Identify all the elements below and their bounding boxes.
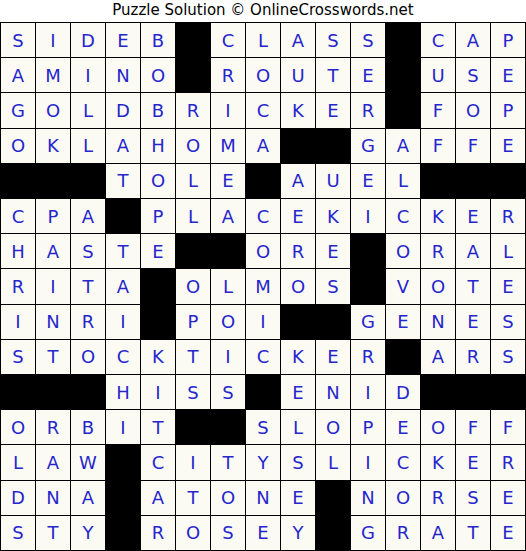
black-cell-r1c6 xyxy=(176,23,210,57)
letter-cell-r1c2: I xyxy=(36,23,70,57)
letter-cell-r12c9: L xyxy=(281,410,315,444)
letter-cell-r4c15: E xyxy=(491,129,525,163)
letter-cell-r12c5: T xyxy=(141,410,175,444)
letter-cell-r6c11: I xyxy=(351,199,385,233)
letter-cell-r12c8: S xyxy=(246,410,280,444)
letter-cell-r15c14: T xyxy=(456,516,490,550)
letter-cell-r15c7: S xyxy=(211,516,245,550)
letter-cell-r12c12: E xyxy=(386,410,420,444)
letter-cell-r8c4: A xyxy=(106,269,140,303)
letter-cell-r13c14: E xyxy=(456,445,490,479)
letter-cell-r4c13: F xyxy=(421,129,455,163)
letter-cell-r13c7: T xyxy=(211,445,245,479)
letter-cell-r10c10: E xyxy=(316,340,350,374)
letter-cell-r11c6: S xyxy=(176,375,210,409)
letter-cell-r6c9: E xyxy=(281,199,315,233)
letter-cell-r2c14: S xyxy=(456,58,490,92)
letter-cell-r10c9: K xyxy=(281,340,315,374)
letter-cell-r6c10: K xyxy=(316,199,350,233)
letter-cell-r2c11: E xyxy=(351,58,385,92)
letter-cell-r10c13: A xyxy=(421,340,455,374)
letter-cell-r14c2: N xyxy=(36,481,70,515)
black-cell-r11c2 xyxy=(36,375,70,409)
letter-cell-r2c4: N xyxy=(106,58,140,92)
letter-cell-r12c13: O xyxy=(421,410,455,444)
letter-cell-r9c2: N xyxy=(36,305,70,339)
letter-cell-r3c7: I xyxy=(211,93,245,127)
letter-cell-r8c15: E xyxy=(491,269,525,303)
black-cell-r5c13 xyxy=(421,164,455,198)
letter-cell-r13c2: A xyxy=(36,445,70,479)
letter-cell-r12c14: F xyxy=(456,410,490,444)
letter-cell-r2c10: T xyxy=(316,58,350,92)
letter-cell-r8c10: S xyxy=(316,269,350,303)
letter-cell-r10c7: I xyxy=(211,340,245,374)
letter-cell-r15c6: O xyxy=(176,516,210,550)
letter-cell-r8c2: I xyxy=(36,269,70,303)
black-cell-r2c6 xyxy=(176,58,210,92)
letter-cell-r9c15: S xyxy=(491,305,525,339)
black-cell-r2c12 xyxy=(386,58,420,92)
black-cell-r9c5 xyxy=(141,305,175,339)
black-cell-r1c12 xyxy=(386,23,420,57)
letter-cell-r5c4: T xyxy=(106,164,140,198)
letter-cell-r2c13: U xyxy=(421,58,455,92)
letter-cell-r5c12: L xyxy=(386,164,420,198)
letter-cell-r7c12: O xyxy=(386,234,420,268)
letter-cell-r7c5: E xyxy=(141,234,175,268)
black-cell-r3c12 xyxy=(386,93,420,127)
letter-cell-r9c3: R xyxy=(71,305,105,339)
letter-cell-r4c1: O xyxy=(1,129,35,163)
black-cell-r5c8 xyxy=(246,164,280,198)
letter-cell-r13c8: Y xyxy=(246,445,280,479)
letter-cell-r9c11: G xyxy=(351,305,385,339)
letter-cell-r1c10: S xyxy=(316,23,350,57)
black-cell-r5c2 xyxy=(36,164,70,198)
black-cell-r12c7 xyxy=(211,410,245,444)
letter-cell-r11c9: E xyxy=(281,375,315,409)
letter-cell-r15c15: E xyxy=(491,516,525,550)
letter-cell-r9c12: E xyxy=(386,305,420,339)
letter-cell-r3c8: C xyxy=(246,93,280,127)
letter-cell-r10c3: O xyxy=(71,340,105,374)
crossword-grid: SIDEBCLASSCAPAMINOROUTEUSEGOLDBRICKERFOP… xyxy=(0,22,526,551)
letter-cell-r7c9: R xyxy=(281,234,315,268)
letter-cell-r4c11: G xyxy=(351,129,385,163)
letter-cell-r3c1: G xyxy=(1,93,35,127)
black-cell-r5c14 xyxy=(456,164,490,198)
letter-cell-r9c8: I xyxy=(246,305,280,339)
letter-cell-r4c2: K xyxy=(36,129,70,163)
letter-cell-r15c2: T xyxy=(36,516,70,550)
letter-cell-r11c10: N xyxy=(316,375,350,409)
letter-cell-r12c15: F xyxy=(491,410,525,444)
letter-cell-r7c2: A xyxy=(36,234,70,268)
letter-cell-r13c15: R xyxy=(491,445,525,479)
black-cell-r12c6 xyxy=(176,410,210,444)
letter-cell-r7c15: L xyxy=(491,234,525,268)
letter-cell-r4c8: A xyxy=(246,129,280,163)
black-cell-r8c5 xyxy=(141,269,175,303)
letter-cell-r7c3: S xyxy=(71,234,105,268)
letter-cell-r10c2: T xyxy=(36,340,70,374)
letter-cell-r13c9: S xyxy=(281,445,315,479)
letter-cell-r6c12: C xyxy=(386,199,420,233)
letter-cell-r14c11: N xyxy=(351,481,385,515)
letter-cell-r11c12: D xyxy=(386,375,420,409)
letter-cell-r3c9: K xyxy=(281,93,315,127)
letter-cell-r1c13: C xyxy=(421,23,455,57)
black-cell-r7c11 xyxy=(351,234,385,268)
letter-cell-r6c7: A xyxy=(211,199,245,233)
letter-cell-r9c13: N xyxy=(421,305,455,339)
letter-cell-r12c10: O xyxy=(316,410,350,444)
black-cell-r11c3 xyxy=(71,375,105,409)
letter-cell-r1c1: S xyxy=(1,23,35,57)
letter-cell-r6c13: K xyxy=(421,199,455,233)
letter-cell-r7c13: R xyxy=(421,234,455,268)
letter-cell-r11c11: I xyxy=(351,375,385,409)
letter-cell-r14c13: R xyxy=(421,481,455,515)
letter-cell-r14c14: S xyxy=(456,481,490,515)
letter-cell-r15c3: Y xyxy=(71,516,105,550)
letter-cell-r8c7: L xyxy=(211,269,245,303)
letter-cell-r1c5: B xyxy=(141,23,175,57)
letter-cell-r2c5: O xyxy=(141,58,175,92)
letter-cell-r5c10: U xyxy=(316,164,350,198)
letter-cell-r6c14: E xyxy=(456,199,490,233)
letter-cell-r3c3: L xyxy=(71,93,105,127)
letter-cell-r12c11: P xyxy=(351,410,385,444)
letter-cell-r5c11: E xyxy=(351,164,385,198)
letter-cell-r6c2: P xyxy=(36,199,70,233)
letter-cell-r11c4: H xyxy=(106,375,140,409)
letter-cell-r1c9: A xyxy=(281,23,315,57)
letter-cell-r9c14: E xyxy=(456,305,490,339)
letter-cell-r2c9: U xyxy=(281,58,315,92)
page-title: Puzzle Solution © OnlineCrosswords.net xyxy=(0,0,526,22)
black-cell-r5c3 xyxy=(71,164,105,198)
letter-cell-r6c8: C xyxy=(246,199,280,233)
black-cell-r15c10 xyxy=(316,516,350,550)
letter-cell-r1c3: D xyxy=(71,23,105,57)
letter-cell-r13c3: W xyxy=(71,445,105,479)
letter-cell-r9c6: P xyxy=(176,305,210,339)
letter-cell-r12c2: R xyxy=(36,410,70,444)
letter-cell-r1c7: C xyxy=(211,23,245,57)
letter-cell-r14c7: O xyxy=(211,481,245,515)
letter-cell-r15c8: E xyxy=(246,516,280,550)
black-cell-r11c13 xyxy=(421,375,455,409)
letter-cell-r3c5: B xyxy=(141,93,175,127)
letter-cell-r7c10: E xyxy=(316,234,350,268)
black-cell-r11c15 xyxy=(491,375,525,409)
letter-cell-r9c4: I xyxy=(106,305,140,339)
letter-cell-r8c6: O xyxy=(176,269,210,303)
letter-cell-r15c1: S xyxy=(1,516,35,550)
black-cell-r11c14 xyxy=(456,375,490,409)
letter-cell-r1c15: P xyxy=(491,23,525,57)
letter-cell-r3c4: D xyxy=(106,93,140,127)
black-cell-r4c10 xyxy=(316,129,350,163)
letter-cell-r10c15: S xyxy=(491,340,525,374)
black-cell-r9c9 xyxy=(281,305,315,339)
letter-cell-r7c4: T xyxy=(106,234,140,268)
letter-cell-r4c6: O xyxy=(176,129,210,163)
letter-cell-r1c8: L xyxy=(246,23,280,57)
letter-cell-r3c11: R xyxy=(351,93,385,127)
letter-cell-r14c12: O xyxy=(386,481,420,515)
black-cell-r10c12 xyxy=(386,340,420,374)
letter-cell-r3c6: R xyxy=(176,93,210,127)
letter-cell-r2c1: A xyxy=(1,58,35,92)
letter-cell-r7c14: A xyxy=(456,234,490,268)
black-cell-r4c9 xyxy=(281,129,315,163)
letter-cell-r8c13: O xyxy=(421,269,455,303)
letter-cell-r1c4: E xyxy=(106,23,140,57)
letter-cell-r10c11: R xyxy=(351,340,385,374)
letter-cell-r5c6: L xyxy=(176,164,210,198)
black-cell-r5c15 xyxy=(491,164,525,198)
letter-cell-r2c15: E xyxy=(491,58,525,92)
letter-cell-r3c10: E xyxy=(316,93,350,127)
black-cell-r11c8 xyxy=(246,375,280,409)
letter-cell-r8c12: V xyxy=(386,269,420,303)
black-cell-r9c10 xyxy=(316,305,350,339)
letter-cell-r5c9: A xyxy=(281,164,315,198)
letter-cell-r2c8: O xyxy=(246,58,280,92)
black-cell-r7c6 xyxy=(176,234,210,268)
letter-cell-r4c14: F xyxy=(456,129,490,163)
letter-cell-r14c5: A xyxy=(141,481,175,515)
black-cell-r11c1 xyxy=(1,375,35,409)
black-cell-r6c4 xyxy=(106,199,140,233)
letter-cell-r8c14: T xyxy=(456,269,490,303)
letter-cell-r13c10: L xyxy=(316,445,350,479)
letter-cell-r10c8: C xyxy=(246,340,280,374)
letter-cell-r3c15: P xyxy=(491,93,525,127)
letter-cell-r5c5: O xyxy=(141,164,175,198)
letter-cell-r3c14: O xyxy=(456,93,490,127)
letter-cell-r14c8: N xyxy=(246,481,280,515)
letter-cell-r10c6: T xyxy=(176,340,210,374)
letter-cell-r10c5: K xyxy=(141,340,175,374)
letter-cell-r15c9: Y xyxy=(281,516,315,550)
black-cell-r13c4 xyxy=(106,445,140,479)
black-cell-r5c1 xyxy=(1,164,35,198)
letter-cell-r14c9: E xyxy=(281,481,315,515)
letter-cell-r12c3: B xyxy=(71,410,105,444)
letter-cell-r13c12: C xyxy=(386,445,420,479)
letter-cell-r6c15: R xyxy=(491,199,525,233)
letter-cell-r8c9: O xyxy=(281,269,315,303)
letter-cell-r5c7: E xyxy=(211,164,245,198)
letter-cell-r11c7: S xyxy=(211,375,245,409)
black-cell-r15c4 xyxy=(106,516,140,550)
letter-cell-r4c12: A xyxy=(386,129,420,163)
letter-cell-r4c3: L xyxy=(71,129,105,163)
letter-cell-r4c4: A xyxy=(106,129,140,163)
letter-cell-r10c4: C xyxy=(106,340,140,374)
letter-cell-r13c13: K xyxy=(421,445,455,479)
letter-cell-r3c13: F xyxy=(421,93,455,127)
letter-cell-r15c11: G xyxy=(351,516,385,550)
letter-cell-r14c15: E xyxy=(491,481,525,515)
letter-cell-r3c2: O xyxy=(36,93,70,127)
black-cell-r7c7 xyxy=(211,234,245,268)
letter-cell-r8c8: M xyxy=(246,269,280,303)
letter-cell-r10c14: R xyxy=(456,340,490,374)
letter-cell-r13c6: I xyxy=(176,445,210,479)
letter-cell-r2c2: M xyxy=(36,58,70,92)
letter-cell-r15c5: R xyxy=(141,516,175,550)
letter-cell-r2c3: I xyxy=(71,58,105,92)
letter-cell-r9c1: I xyxy=(1,305,35,339)
letter-cell-r7c1: H xyxy=(1,234,35,268)
letter-cell-r13c5: C xyxy=(141,445,175,479)
letter-cell-r10c1: S xyxy=(1,340,35,374)
letter-cell-r4c7: M xyxy=(211,129,245,163)
letter-cell-r1c11: S xyxy=(351,23,385,57)
letter-cell-r7c8: O xyxy=(246,234,280,268)
letter-cell-r13c1: L xyxy=(1,445,35,479)
black-cell-r8c11 xyxy=(351,269,385,303)
letter-cell-r4c5: H xyxy=(141,129,175,163)
letter-cell-r11c5: I xyxy=(141,375,175,409)
letter-cell-r14c3: A xyxy=(71,481,105,515)
letter-cell-r2c7: R xyxy=(211,58,245,92)
letter-cell-r14c6: T xyxy=(176,481,210,515)
black-cell-r14c4 xyxy=(106,481,140,515)
letter-cell-r15c13: A xyxy=(421,516,455,550)
letter-cell-r15c12: R xyxy=(386,516,420,550)
letter-cell-r6c3: A xyxy=(71,199,105,233)
letter-cell-r8c1: R xyxy=(1,269,35,303)
letter-cell-r14c1: D xyxy=(1,481,35,515)
letter-cell-r6c6: L xyxy=(176,199,210,233)
black-cell-r14c10 xyxy=(316,481,350,515)
letter-cell-r9c7: O xyxy=(211,305,245,339)
letter-cell-r6c1: C xyxy=(1,199,35,233)
letter-cell-r1c14: A xyxy=(456,23,490,57)
letter-cell-r13c11: I xyxy=(351,445,385,479)
letter-cell-r12c4: I xyxy=(106,410,140,444)
letter-cell-r8c3: T xyxy=(71,269,105,303)
letter-cell-r12c1: O xyxy=(1,410,35,444)
letter-cell-r6c5: P xyxy=(141,199,175,233)
